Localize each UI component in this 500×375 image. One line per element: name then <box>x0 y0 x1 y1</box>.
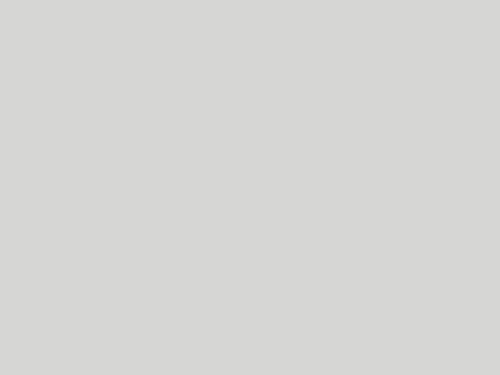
chess-set-photo <box>0 0 500 375</box>
chessboard-scene <box>0 0 500 375</box>
